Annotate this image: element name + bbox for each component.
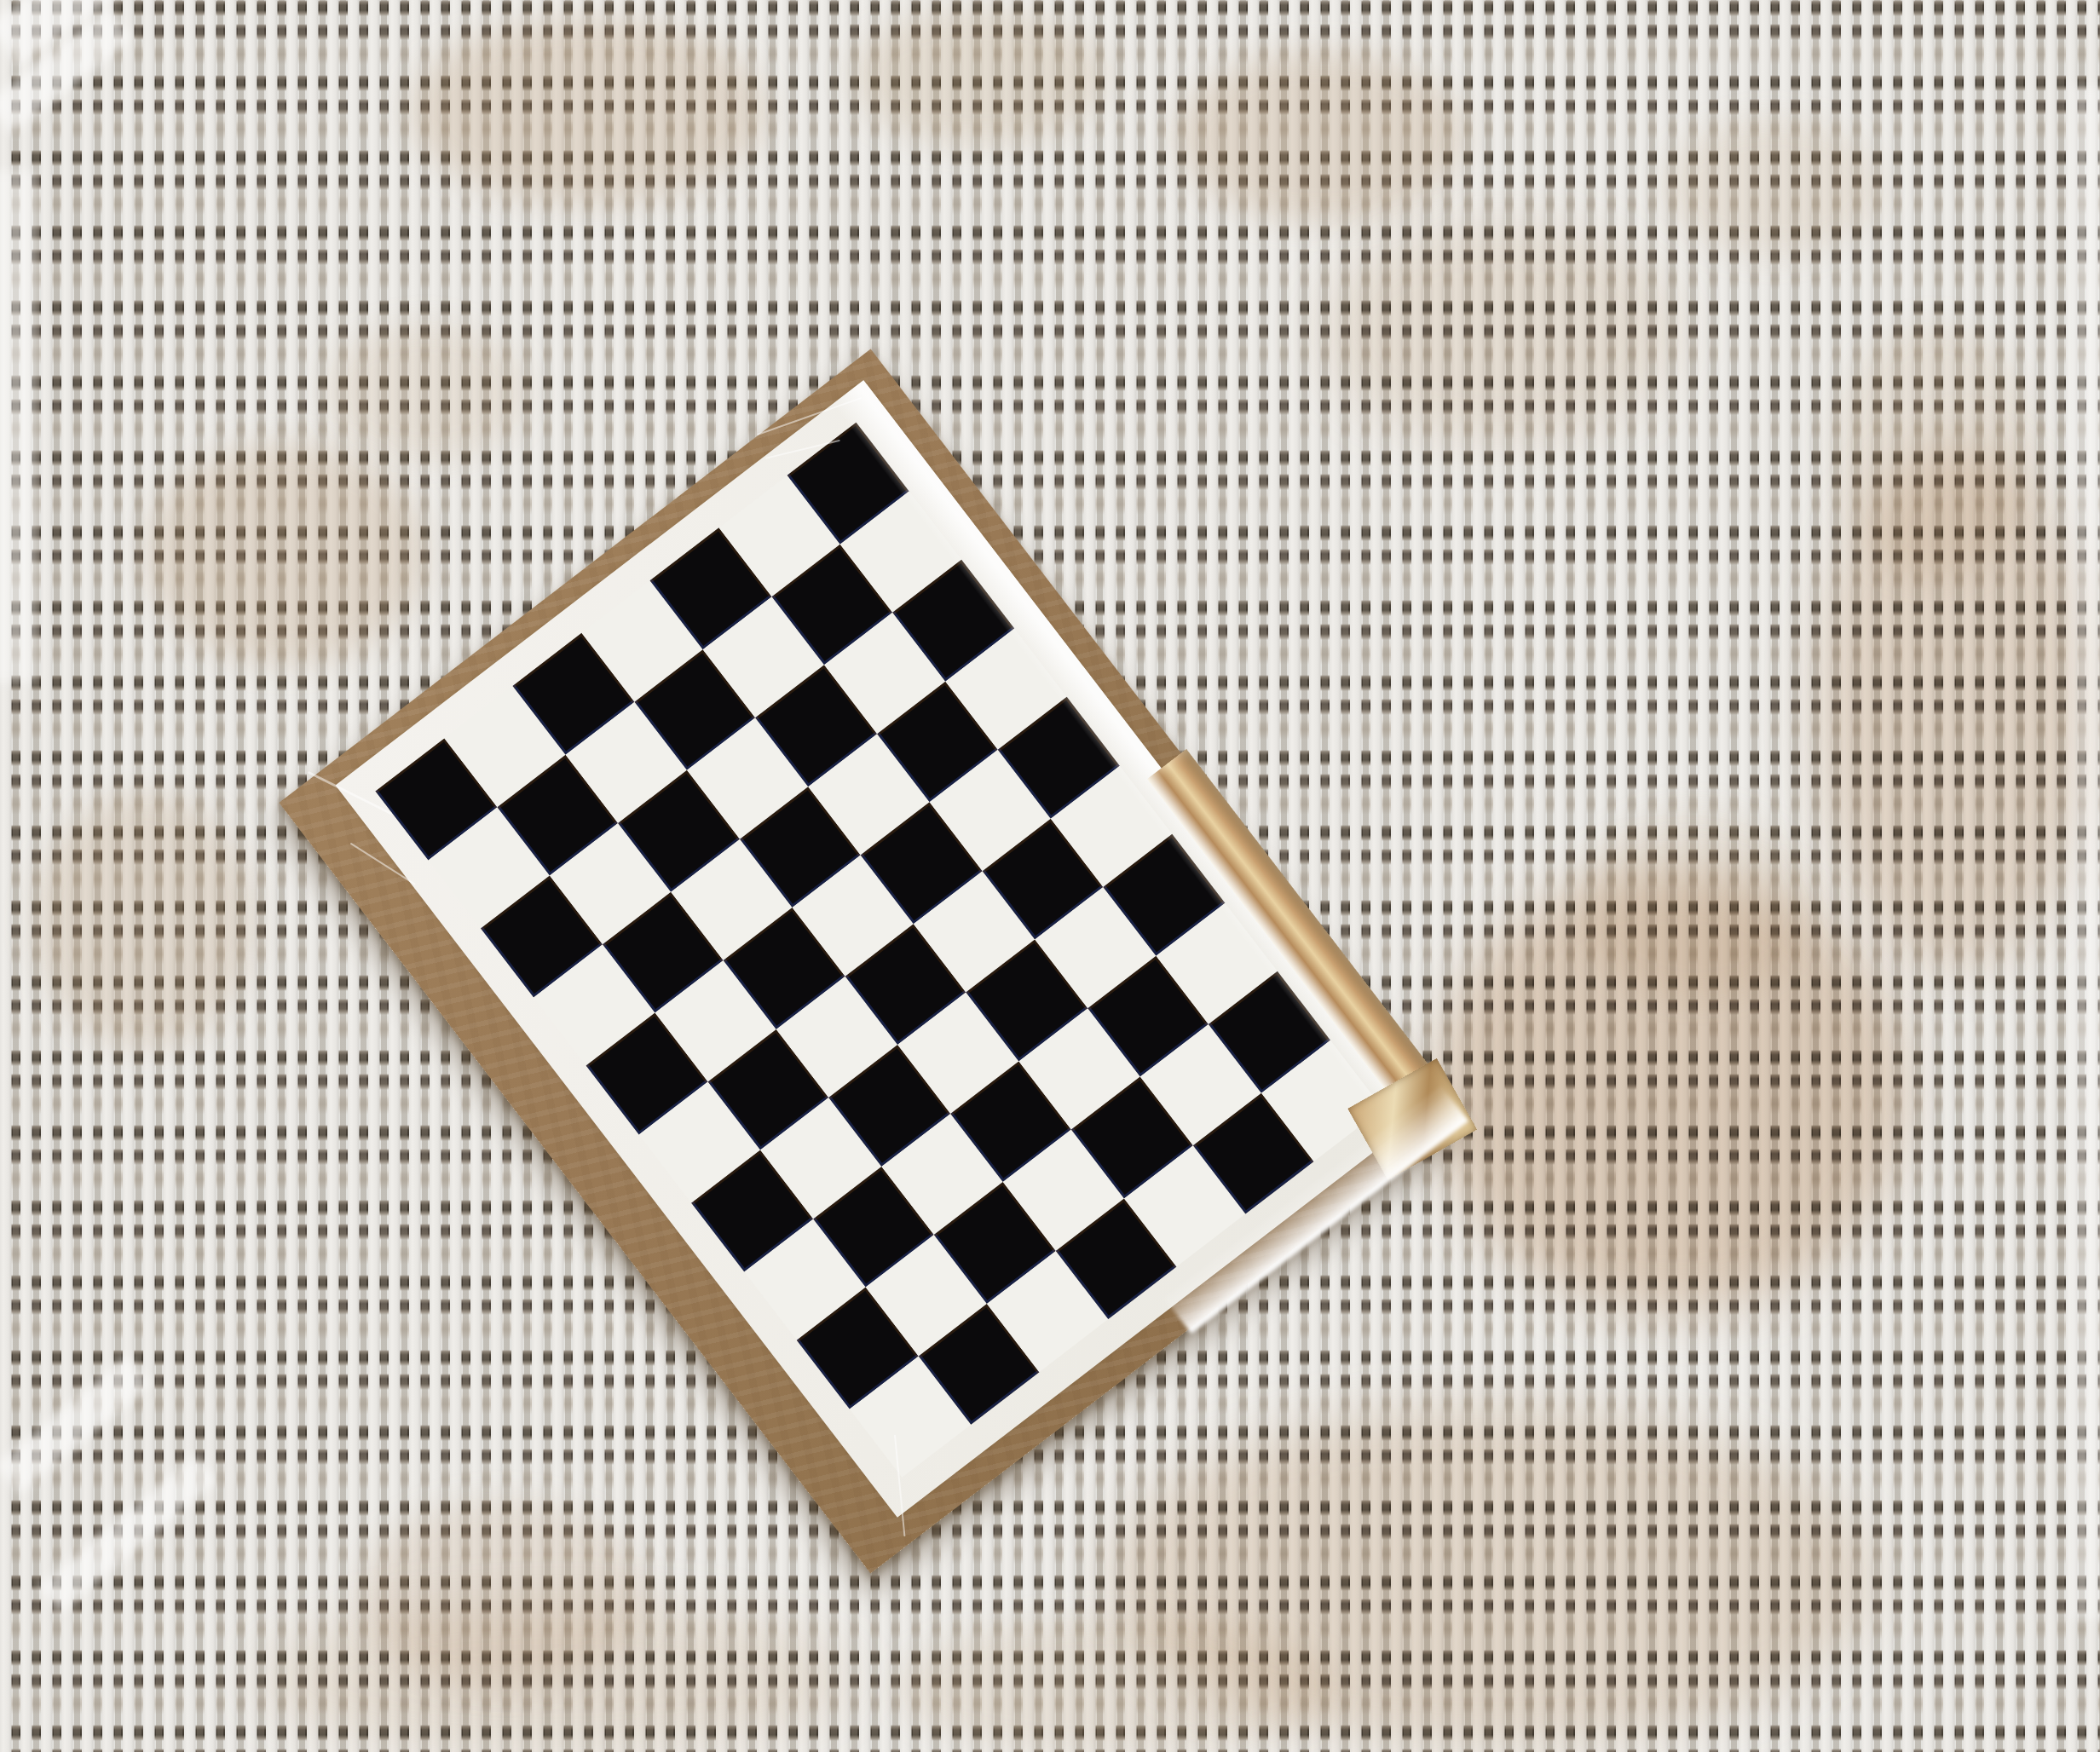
edge-sheen bbox=[2071, 85, 2100, 1619]
stain-blob bbox=[1662, 119, 1884, 256]
stain-blob bbox=[324, 324, 528, 460]
glint-highlight bbox=[1108, 1406, 1875, 1747]
stain-blob bbox=[1176, 51, 1466, 222]
glint-highlight bbox=[1321, 222, 1679, 443]
stain-blob bbox=[34, 792, 256, 1048]
glint-highlight bbox=[1432, 869, 1909, 1312]
edge-sheen bbox=[0, 170, 36, 682]
stain-blob bbox=[409, 17, 767, 205]
glint-highlight bbox=[1815, 443, 2097, 971]
stain-blob bbox=[852, 9, 1108, 145]
screenshot-frame: 7x10 black-and-white calibration checker… bbox=[0, 0, 2100, 1752]
stain-blob bbox=[145, 443, 426, 665]
glint-highlight bbox=[256, 1602, 852, 1752]
